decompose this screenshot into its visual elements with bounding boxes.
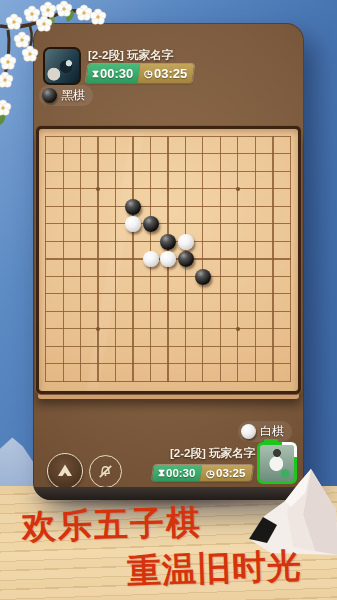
black-side-label: 黑棋	[39, 85, 93, 106]
white-side-text: 白棋	[260, 423, 284, 440]
black-stone	[178, 251, 194, 267]
player-timer-pill: ⧗ 00:30 ◷ 03:25	[152, 465, 253, 481]
move-timer-segment: ⧗ 00:30	[86, 64, 141, 83]
black-stone	[160, 234, 176, 250]
hourglass-icon: ⧗	[92, 68, 99, 80]
tagline-line2: 重温旧时光	[126, 543, 302, 595]
total-timer-segment: ◷ 03:25	[138, 64, 195, 83]
board-frame	[36, 126, 301, 394]
bell-slash-icon	[96, 462, 115, 481]
active-turn-tab	[264, 439, 278, 444]
move-timer-segment: ⧗ 00:30	[152, 465, 203, 481]
expand-menu-button[interactable]	[47, 453, 83, 489]
opponent-timer-pill: ⧗ 00:30 ◷ 03:25	[86, 64, 195, 83]
opponent-total-timer: 03:25	[154, 66, 187, 81]
mute-chat-button[interactable]	[89, 455, 122, 488]
white-stone	[160, 251, 176, 267]
board-grid	[45, 136, 291, 382]
black-side-text: 黑棋	[61, 87, 85, 104]
opponent-move-timer: 00:30	[100, 66, 133, 81]
player-name: [2-2段] 玩家名字	[170, 446, 255, 461]
white-stone	[125, 216, 141, 232]
star-point	[96, 327, 100, 331]
black-stone-icon	[42, 88, 57, 103]
black-stone	[125, 199, 141, 215]
game-board[interactable]	[39, 129, 298, 391]
black-stone	[195, 269, 211, 285]
clock-icon: ◷	[206, 468, 215, 479]
black-stone	[143, 216, 159, 232]
game-screen: [2-2段] 玩家名字 ⧗ 00:30 ◷ 03:25 黑棋	[33, 23, 304, 500]
phone-bottom-bezel	[33, 487, 304, 500]
gomoku-promo-scene: [2-2段] 玩家名字 ⧗ 00:30 ◷ 03:25 黑棋	[0, 0, 337, 600]
total-timer-segment: ◷ 03:25	[200, 465, 252, 481]
star-point	[236, 187, 240, 191]
opponent-avatar[interactable]	[43, 47, 81, 85]
clock-icon: ◷	[144, 68, 153, 79]
star-point	[236, 327, 240, 331]
white-stone-icon	[241, 424, 256, 439]
player-avatar[interactable]	[257, 442, 297, 484]
tagline-line1: 欢乐五子棋	[21, 500, 202, 551]
chevron-up-icon	[55, 461, 75, 481]
white-stone	[178, 234, 194, 250]
opponent-name: [2-2段] 玩家名字	[88, 48, 173, 63]
player-move-timer: 00:30	[166, 467, 195, 479]
player-total-timer: 03:25	[216, 467, 245, 479]
game-window: [2-2段] 玩家名字 ⧗ 00:30 ◷ 03:25 黑棋	[33, 23, 304, 500]
star-point	[96, 187, 100, 191]
hourglass-icon: ⧗	[158, 467, 165, 479]
white-stone	[143, 251, 159, 267]
